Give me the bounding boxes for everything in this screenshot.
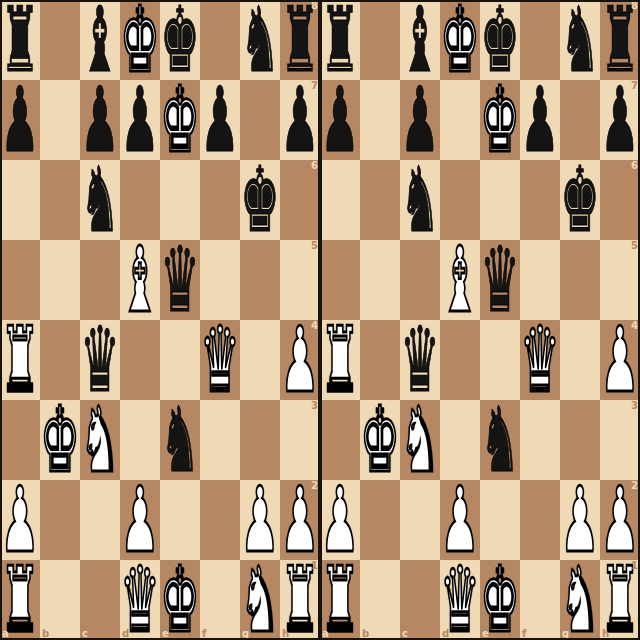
rank-label-3: 3 — [631, 401, 638, 411]
square-g8[interactable]: ♞ — [560, 0, 600, 80]
square-e7[interactable]: ♚ — [480, 80, 520, 160]
square-g4[interactable] — [240, 320, 280, 400]
rank-label-4: 4 — [311, 321, 318, 331]
file-label-c: c — [402, 629, 408, 639]
chess-board-right: ♜♝♚♚♞♜8♟♟♚♟♟7♞♚6♝♛5♜♛♛♟4♚♞♞3♟♟♟♟2♜abc♛d♚… — [320, 0, 640, 640]
square-f2[interactable] — [520, 480, 560, 560]
square-b2[interactable] — [360, 480, 400, 560]
square-e1[interactable]: ♚e — [480, 560, 520, 640]
square-g6[interactable]: ♚ — [560, 160, 600, 240]
black-knight: ♞ — [160, 395, 199, 485]
square-f1[interactable]: f — [520, 560, 560, 640]
rank-label-5: 5 — [631, 241, 638, 251]
rank-label-8: 8 — [631, 1, 638, 11]
spot-the-difference-diagram: ♜♝♚♚♞♜8♟♟♟♚♟♟7♞♚6♝♛5♜♛♛♟4♚♞♞3♟♟♟♟2♜abc♛d… — [0, 0, 640, 640]
square-c6[interactable]: ♞ — [80, 160, 120, 240]
square-b5[interactable] — [360, 240, 400, 320]
square-g5[interactable] — [560, 240, 600, 320]
square-h7[interactable]: ♟7 — [280, 80, 320, 160]
square-c1[interactable]: c — [80, 560, 120, 640]
rank-label-6: 6 — [631, 161, 638, 171]
black-pawn: ♟ — [320, 75, 359, 165]
file-label-d: d — [122, 629, 129, 639]
square-d5[interactable]: ♝ — [120, 240, 160, 320]
square-g5[interactable] — [240, 240, 280, 320]
square-b8[interactable] — [360, 0, 400, 80]
white-king: ♚ — [480, 75, 519, 165]
square-f1[interactable]: f — [200, 560, 240, 640]
square-b6[interactable] — [40, 160, 80, 240]
white-king: ♚ — [360, 395, 399, 485]
square-c3[interactable]: ♞ — [400, 400, 440, 480]
file-label-d: d — [442, 629, 449, 639]
black-knight: ♞ — [80, 155, 119, 245]
square-d4[interactable] — [120, 320, 160, 400]
square-e5[interactable]: ♛ — [160, 240, 200, 320]
square-b3[interactable]: ♚ — [360, 400, 400, 480]
rank-label-5: 5 — [311, 241, 318, 251]
square-b8[interactable] — [40, 0, 80, 80]
square-g8[interactable]: ♞ — [240, 0, 280, 80]
square-a6[interactable] — [0, 160, 40, 240]
square-b7[interactable] — [40, 80, 80, 160]
file-label-f: f — [522, 629, 526, 639]
square-d5[interactable]: ♝ — [440, 240, 480, 320]
file-label-h: h — [282, 629, 289, 639]
square-e3[interactable]: ♞ — [480, 400, 520, 480]
file-label-a: a — [322, 629, 329, 639]
square-g1[interactable]: ♞g — [560, 560, 600, 640]
square-d8[interactable]: ♚ — [440, 0, 480, 80]
square-d1[interactable]: ♛d — [440, 560, 480, 640]
square-f7[interactable]: ♟ — [520, 80, 560, 160]
white-king: ♚ — [160, 75, 199, 165]
black-knight: ♞ — [400, 155, 439, 245]
square-e5[interactable]: ♛ — [480, 240, 520, 320]
square-h4[interactable]: ♟4 — [600, 320, 640, 400]
square-c1[interactable]: c — [400, 560, 440, 640]
square-e3[interactable]: ♞ — [160, 400, 200, 480]
square-a7[interactable]: ♟ — [0, 80, 40, 160]
black-pawn: ♟ — [520, 75, 559, 165]
rank-label-2: 2 — [311, 481, 318, 491]
square-a7[interactable]: ♟ — [320, 80, 360, 160]
square-h4[interactable]: ♟4 — [280, 320, 320, 400]
black-pawn: ♟ — [0, 75, 39, 165]
square-f7[interactable]: ♟ — [200, 80, 240, 160]
black-pawn: ♟ — [120, 75, 159, 165]
square-f2[interactable] — [200, 480, 240, 560]
file-label-h: h — [602, 629, 609, 639]
square-h7[interactable]: ♟7 — [600, 80, 640, 160]
black-king: ♚ — [560, 155, 599, 245]
black-knight: ♞ — [240, 0, 279, 85]
square-c2[interactable] — [400, 480, 440, 560]
white-queen: ♛ — [200, 315, 239, 405]
white-king: ♚ — [40, 395, 79, 485]
square-d7[interactable] — [440, 80, 480, 160]
square-d7[interactable]: ♟ — [120, 80, 160, 160]
square-f4[interactable]: ♛ — [520, 320, 560, 400]
file-label-f: f — [202, 629, 206, 639]
square-b6[interactable] — [360, 160, 400, 240]
square-a1[interactable]: ♜a — [320, 560, 360, 640]
square-g4[interactable] — [560, 320, 600, 400]
white-bishop: ♝ — [120, 235, 159, 325]
file-label-b: b — [42, 629, 49, 639]
white-rook: ♜ — [0, 315, 39, 405]
file-label-a: a — [2, 629, 9, 639]
rank-label-2: 2 — [631, 481, 638, 491]
rank-label-8: 8 — [311, 1, 318, 11]
white-king: ♚ — [440, 0, 479, 85]
square-h6[interactable]: 6 — [280, 160, 320, 240]
file-label-b: b — [362, 629, 369, 639]
file-label-g: g — [562, 629, 569, 639]
square-e7[interactable]: ♚ — [160, 80, 200, 160]
square-c6[interactable]: ♞ — [400, 160, 440, 240]
white-bishop: ♝ — [440, 235, 479, 325]
square-d1[interactable]: ♛d — [120, 560, 160, 640]
square-e1[interactable]: ♚e — [160, 560, 200, 640]
file-label-e: e — [162, 629, 169, 639]
file-label-c: c — [82, 629, 88, 639]
black-queen: ♛ — [480, 235, 519, 325]
black-pawn: ♟ — [200, 75, 239, 165]
square-c3[interactable]: ♞ — [80, 400, 120, 480]
square-b7[interactable] — [360, 80, 400, 160]
square-b1[interactable]: b — [40, 560, 80, 640]
square-g1[interactable]: ♞g — [240, 560, 280, 640]
square-a1[interactable]: ♜a — [0, 560, 40, 640]
square-f6[interactable] — [520, 160, 560, 240]
square-b1[interactable]: b — [360, 560, 400, 640]
white-knight: ♞ — [80, 395, 119, 485]
rank-label-1: 1 — [311, 561, 318, 571]
square-b3[interactable]: ♚ — [40, 400, 80, 480]
square-f3[interactable] — [200, 400, 240, 480]
rank-label-1: 1 — [631, 561, 638, 571]
square-a4[interactable]: ♜ — [320, 320, 360, 400]
white-knight: ♞ — [400, 395, 439, 485]
rank-label-7: 7 — [311, 81, 318, 91]
black-king: ♚ — [240, 155, 279, 245]
square-h6[interactable]: 6 — [600, 160, 640, 240]
rank-label-6: 6 — [311, 161, 318, 171]
black-knight: ♞ — [560, 0, 599, 85]
square-f4[interactable]: ♛ — [200, 320, 240, 400]
black-queen: ♛ — [160, 235, 199, 325]
square-d4[interactable] — [440, 320, 480, 400]
square-f6[interactable] — [200, 160, 240, 240]
black-knight: ♞ — [480, 395, 519, 485]
chess-board-left: ♜♝♚♚♞♜8♟♟♟♚♟♟7♞♚6♝♛5♜♛♛♟4♚♞♞3♟♟♟♟2♜abc♛d… — [0, 0, 320, 640]
square-b2[interactable] — [40, 480, 80, 560]
square-a4[interactable]: ♜ — [0, 320, 40, 400]
file-label-g: g — [242, 629, 249, 639]
square-c2[interactable] — [80, 480, 120, 560]
square-g6[interactable]: ♚ — [240, 160, 280, 240]
square-h1[interactable]: ♜1h — [280, 560, 320, 640]
rank-label-3: 3 — [311, 401, 318, 411]
rank-label-7: 7 — [631, 81, 638, 91]
square-a6[interactable] — [320, 160, 360, 240]
square-h1[interactable]: ♜1h — [600, 560, 640, 640]
square-b5[interactable] — [40, 240, 80, 320]
white-rook: ♜ — [320, 315, 359, 405]
square-f3[interactable] — [520, 400, 560, 480]
file-label-e: e — [482, 629, 489, 639]
white-queen: ♛ — [520, 315, 559, 405]
rank-label-4: 4 — [631, 321, 638, 331]
